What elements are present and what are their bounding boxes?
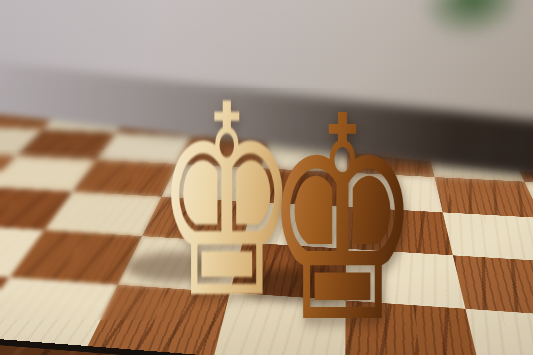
dark-king-piece: ♚ xyxy=(264,80,421,355)
board-square xyxy=(465,309,533,355)
chess-photo-scene: ♚ ♚ xyxy=(0,0,533,355)
